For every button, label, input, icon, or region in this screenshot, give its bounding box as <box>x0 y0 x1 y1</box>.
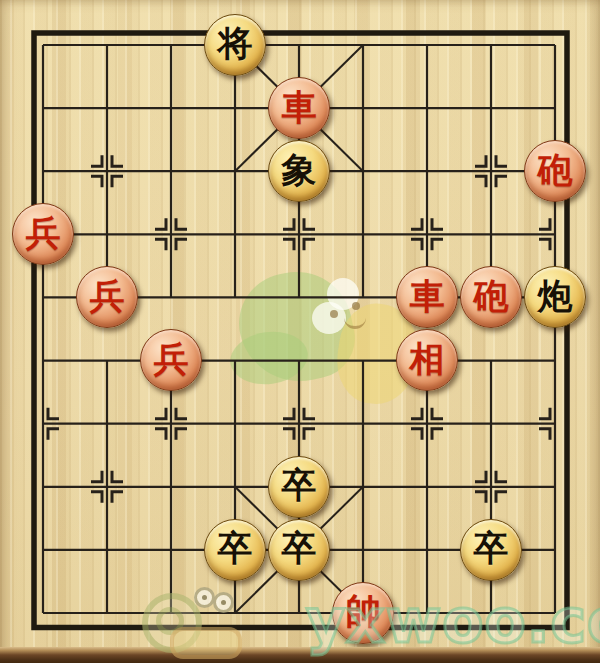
piece-glyph: 車 <box>410 279 445 314</box>
piece-glyph: 象 <box>282 153 317 188</box>
piece-glyph: 炮 <box>538 279 573 314</box>
xiangqi-board: 将車象砲兵兵車砲炮兵相卒卒卒卒帥 <box>11 13 587 644</box>
piece-black-elephant[interactable]: 象 <box>268 140 330 202</box>
piece-red-chariot-1[interactable]: 車 <box>268 77 330 139</box>
piece-red-soldier-3[interactable]: 兵 <box>140 329 202 391</box>
piece-red-soldier-2[interactable]: 兵 <box>76 266 138 328</box>
piece-black-soldier-1[interactable]: 卒 <box>268 456 330 518</box>
piece-red-general[interactable]: 帥 <box>332 582 394 644</box>
piece-black-soldier-3[interactable]: 卒 <box>268 519 330 581</box>
piece-glyph: 兵 <box>154 342 189 377</box>
piece-red-cannon-2[interactable]: 砲 <box>460 266 522 328</box>
piece-glyph: 卒 <box>282 468 317 503</box>
piece-black-general[interactable]: 将 <box>204 14 266 76</box>
piece-glyph: 卒 <box>282 531 317 566</box>
piece-glyph: 相 <box>410 342 445 377</box>
piece-glyph: 兵 <box>26 216 61 251</box>
piece-black-soldier-4[interactable]: 卒 <box>460 519 522 581</box>
piece-glyph: 砲 <box>538 153 573 188</box>
board-bottom-edge <box>0 647 600 663</box>
piece-red-cannon-1[interactable]: 砲 <box>524 140 586 202</box>
piece-glyph: 砲 <box>474 279 509 314</box>
piece-glyph: 帥 <box>346 594 381 629</box>
piece-red-elephant[interactable]: 相 <box>396 329 458 391</box>
piece-glyph: 車 <box>282 90 317 125</box>
piece-black-soldier-2[interactable]: 卒 <box>204 519 266 581</box>
xiangqi-scene: 将車象砲兵兵車砲炮兵相卒卒卒卒帥 yxwoo.com <box>0 0 600 663</box>
piece-glyph: 卒 <box>474 531 509 566</box>
piece-glyph: 卒 <box>218 531 253 566</box>
piece-red-soldier-1[interactable]: 兵 <box>12 203 74 265</box>
piece-red-chariot-2[interactable]: 車 <box>396 266 458 328</box>
piece-glyph: 兵 <box>90 279 125 314</box>
piece-black-cannon[interactable]: 炮 <box>524 266 586 328</box>
piece-glyph: 将 <box>218 26 253 61</box>
